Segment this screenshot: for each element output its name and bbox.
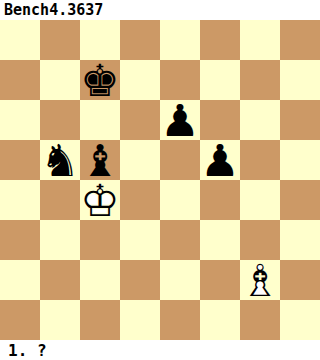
square-e7[interactable] bbox=[160, 60, 200, 100]
square-a6[interactable] bbox=[0, 100, 40, 140]
square-c7[interactable]: ♚ bbox=[80, 60, 120, 100]
black-knight-glyph: ♞ bbox=[40, 140, 80, 180]
black-king-glyph: ♚ bbox=[80, 60, 120, 100]
square-g8[interactable] bbox=[240, 20, 280, 60]
square-h8[interactable] bbox=[280, 20, 320, 60]
square-e3[interactable] bbox=[160, 220, 200, 260]
black-king[interactable]: ♚ bbox=[80, 60, 120, 100]
square-b4[interactable] bbox=[40, 180, 80, 220]
square-h2[interactable] bbox=[280, 260, 320, 300]
square-a5[interactable] bbox=[0, 140, 40, 180]
white-bishop-outline: ♗ bbox=[240, 260, 280, 300]
square-c1[interactable] bbox=[80, 300, 120, 340]
square-f2[interactable] bbox=[200, 260, 240, 300]
square-g4[interactable] bbox=[240, 180, 280, 220]
square-c8[interactable] bbox=[80, 20, 120, 60]
square-d3[interactable] bbox=[120, 220, 160, 260]
square-f1[interactable] bbox=[200, 300, 240, 340]
square-d1[interactable] bbox=[120, 300, 160, 340]
black-pawn[interactable]: ♟ bbox=[200, 140, 240, 180]
square-h3[interactable] bbox=[280, 220, 320, 260]
square-a2[interactable] bbox=[0, 260, 40, 300]
square-c3[interactable] bbox=[80, 220, 120, 260]
square-c4[interactable]: ♚♔ bbox=[80, 180, 120, 220]
square-h7[interactable] bbox=[280, 60, 320, 100]
square-a8[interactable] bbox=[0, 20, 40, 60]
square-f7[interactable] bbox=[200, 60, 240, 100]
square-b6[interactable] bbox=[40, 100, 80, 140]
square-b8[interactable] bbox=[40, 20, 80, 60]
square-b5[interactable]: ♞ bbox=[40, 140, 80, 180]
square-b3[interactable] bbox=[40, 220, 80, 260]
square-b2[interactable] bbox=[40, 260, 80, 300]
window-title: Bench4.3637 bbox=[0, 0, 320, 20]
square-f5[interactable]: ♟ bbox=[200, 140, 240, 180]
square-g2[interactable]: ♝♗ bbox=[240, 260, 280, 300]
square-e5[interactable] bbox=[160, 140, 200, 180]
square-g6[interactable] bbox=[240, 100, 280, 140]
square-f6[interactable] bbox=[200, 100, 240, 140]
square-f8[interactable] bbox=[200, 20, 240, 60]
square-c6[interactable] bbox=[80, 100, 120, 140]
square-g5[interactable] bbox=[240, 140, 280, 180]
chess-board: ♚♟♞♝♟♚♔♝♗ bbox=[0, 20, 320, 340]
square-e2[interactable] bbox=[160, 260, 200, 300]
square-d8[interactable] bbox=[120, 20, 160, 60]
square-h1[interactable] bbox=[280, 300, 320, 340]
square-d6[interactable] bbox=[120, 100, 160, 140]
square-h6[interactable] bbox=[280, 100, 320, 140]
black-pawn-glyph: ♟ bbox=[160, 100, 200, 140]
black-pawn[interactable]: ♟ bbox=[160, 100, 200, 140]
black-bishop[interactable]: ♝ bbox=[80, 140, 120, 180]
chess-app-window: Bench4.3637 ♚♟♞♝♟♚♔♝♗ 1. ? bbox=[0, 0, 320, 360]
square-d4[interactable] bbox=[120, 180, 160, 220]
square-e8[interactable] bbox=[160, 20, 200, 60]
square-g3[interactable] bbox=[240, 220, 280, 260]
square-h4[interactable] bbox=[280, 180, 320, 220]
square-d2[interactable] bbox=[120, 260, 160, 300]
black-pawn-glyph: ♟ bbox=[200, 140, 240, 180]
square-c2[interactable] bbox=[80, 260, 120, 300]
square-e6[interactable]: ♟ bbox=[160, 100, 200, 140]
square-a3[interactable] bbox=[0, 220, 40, 260]
square-d5[interactable] bbox=[120, 140, 160, 180]
square-a4[interactable] bbox=[0, 180, 40, 220]
square-h5[interactable] bbox=[280, 140, 320, 180]
square-f3[interactable] bbox=[200, 220, 240, 260]
square-b7[interactable] bbox=[40, 60, 80, 100]
square-g7[interactable] bbox=[240, 60, 280, 100]
square-e4[interactable] bbox=[160, 180, 200, 220]
square-e1[interactable] bbox=[160, 300, 200, 340]
square-f4[interactable] bbox=[200, 180, 240, 220]
black-bishop-glyph: ♝ bbox=[80, 140, 120, 180]
square-c5[interactable]: ♝ bbox=[80, 140, 120, 180]
square-g1[interactable] bbox=[240, 300, 280, 340]
white-king[interactable]: ♚♔ bbox=[80, 180, 120, 220]
black-knight[interactable]: ♞ bbox=[40, 140, 80, 180]
white-king-outline: ♔ bbox=[80, 180, 120, 220]
square-b1[interactable] bbox=[40, 300, 80, 340]
move-prompt: 1. ? bbox=[0, 340, 320, 360]
white-bishop[interactable]: ♝♗ bbox=[240, 260, 280, 300]
square-a7[interactable] bbox=[0, 60, 40, 100]
square-a1[interactable] bbox=[0, 300, 40, 340]
square-d7[interactable] bbox=[120, 60, 160, 100]
